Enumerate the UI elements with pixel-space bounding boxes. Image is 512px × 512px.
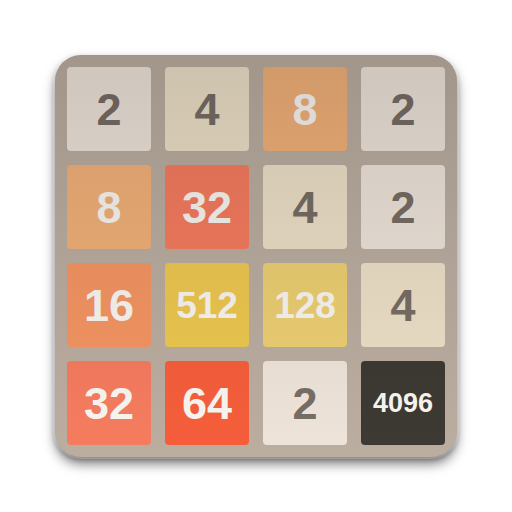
- tile-r3c4-4: 4: [361, 263, 445, 347]
- tile-r4c3-2: 2: [263, 361, 347, 445]
- tile-r4c4-4096: 4096: [361, 361, 445, 445]
- tile-r3c2-512: 512: [165, 263, 249, 347]
- tile-r1c2-4: 4: [165, 67, 249, 151]
- tile-r1c1-2: 2: [67, 67, 151, 151]
- screenshot-stage: 248283242165121284326424096: [0, 0, 512, 512]
- tile-r1c4-2: 2: [361, 67, 445, 151]
- game-board-2048[interactable]: 248283242165121284326424096: [55, 55, 457, 457]
- tile-r1c3-8: 8: [263, 67, 347, 151]
- tile-r2c3-4: 4: [263, 165, 347, 249]
- tile-r2c1-8: 8: [67, 165, 151, 249]
- tile-r2c4-2: 2: [361, 165, 445, 249]
- tile-r3c3-128: 128: [263, 263, 347, 347]
- tile-r2c2-32: 32: [165, 165, 249, 249]
- tile-r4c2-64: 64: [165, 361, 249, 445]
- tile-r3c1-16: 16: [67, 263, 151, 347]
- tile-r4c1-32: 32: [67, 361, 151, 445]
